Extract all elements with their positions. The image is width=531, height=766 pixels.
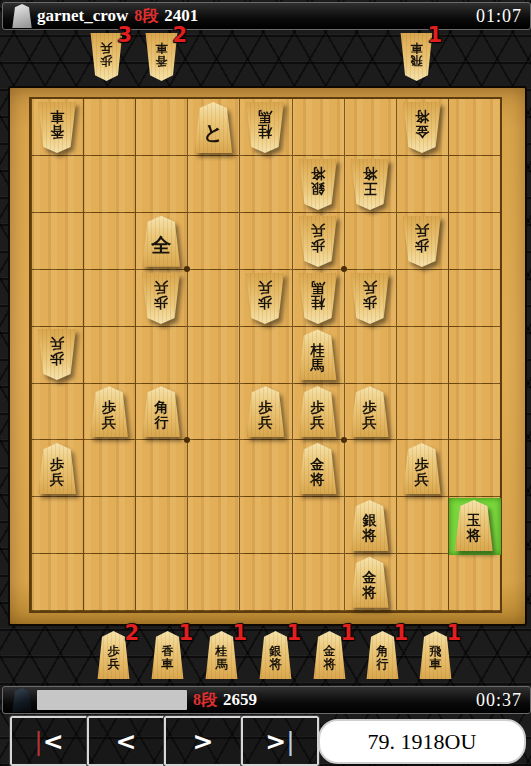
nav-prev-button[interactable]: <	[87, 716, 165, 766]
board-piece-金将-47[interactable]: 金将	[296, 443, 340, 494]
board-piece-銀将-42[interactable]: 銀将	[296, 159, 340, 210]
piece-kanji: 歩兵	[415, 451, 429, 487]
piece-kanji: 飛車	[430, 639, 442, 671]
star-point	[184, 437, 190, 443]
piece-kanji: 歩兵	[50, 337, 64, 373]
hand-piece-歩兵[interactable]: 歩兵3	[88, 33, 125, 81]
board-piece-金将-21[interactable]: 金将	[400, 102, 444, 153]
board-piece-と-61[interactable]: と	[191, 102, 235, 153]
piece-kanji: 歩兵	[102, 394, 116, 430]
bottom-player-clock: 00:37	[476, 690, 522, 711]
piece-kanji: 歩兵	[258, 280, 272, 316]
star-point	[184, 266, 190, 272]
piece-kanji: 歩兵	[108, 639, 120, 671]
board-piece-歩兵-74[interactable]: 歩兵	[139, 273, 183, 324]
shogi-board[interactable]: 香車と桂馬金将銀将王将全歩兵歩兵歩兵歩兵桂馬歩兵歩兵桂馬歩兵角行歩兵歩兵歩兵歩兵…	[8, 86, 527, 626]
piece-kanji: 飛車	[411, 41, 423, 73]
piece-kanji: 香車	[156, 41, 168, 73]
nav-first-button[interactable]: |<	[10, 716, 88, 766]
hand-piece-count: 1	[286, 621, 301, 645]
board-piece-玉将-18[interactable]: 玉将	[452, 500, 496, 551]
piece-kanji: 歩兵	[101, 41, 113, 73]
hand-piece-count: 3	[117, 23, 132, 47]
piece-kanji: 歩兵	[363, 394, 377, 430]
board-piece-歩兵-86[interactable]: 歩兵	[87, 386, 131, 437]
top-player-clock: 01:07	[476, 6, 522, 27]
top-player-piece-icon	[11, 4, 33, 28]
star-point	[341, 266, 347, 272]
piece-kanji: と	[203, 114, 223, 142]
piece-kanji: 金将	[415, 110, 429, 146]
piece-kanji: 歩兵	[154, 280, 168, 316]
hand-piece-count: 1	[178, 621, 193, 645]
bottom-player-rank: 8段	[193, 690, 217, 711]
piece-kanji: 全	[151, 227, 171, 255]
hand-piece-count: 1	[340, 621, 355, 645]
piece-kanji: 歩兵	[415, 223, 429, 259]
board-piece-全-73[interactable]: 全	[139, 216, 183, 267]
piece-kanji: 歩兵	[258, 394, 272, 430]
piece-kanji: 王将	[363, 166, 377, 202]
bottom-player-rating: 2659	[223, 690, 257, 710]
nav-next-button[interactable]: >	[164, 716, 242, 766]
hand-piece-count: 1	[427, 23, 442, 47]
hand-piece-count: 2	[172, 23, 187, 47]
top-player-bar: garnet_crow 8段 2401 01:07	[2, 2, 531, 30]
board-grid[interactable]: 香車と桂馬金将銀将王将全歩兵歩兵歩兵歩兵桂馬歩兵歩兵桂馬歩兵角行歩兵歩兵歩兵歩兵…	[29, 97, 502, 613]
piece-kanji: 桂馬	[216, 639, 228, 671]
hand-piece-count: 1	[232, 621, 247, 645]
bottom-player-bar: 8段 2659 00:37	[2, 686, 531, 714]
nav-last-button[interactable]: >|	[241, 716, 319, 766]
piece-kanji: 桂馬	[258, 110, 272, 146]
board-piece-桂馬-51[interactable]: 桂馬	[243, 102, 287, 153]
top-player-rank: 8段	[134, 6, 158, 27]
hand-piece-香車[interactable]: 香車2	[143, 33, 180, 81]
board-piece-桂馬-45[interactable]: 桂馬	[296, 329, 340, 380]
board-piece-歩兵-27[interactable]: 歩兵	[400, 443, 444, 494]
piece-kanji: 桂馬	[311, 280, 325, 316]
move-display: 79. 1918OU	[318, 719, 526, 764]
board-piece-歩兵-43[interactable]: 歩兵	[296, 216, 340, 267]
board-piece-歩兵-54[interactable]: 歩兵	[243, 273, 287, 324]
piece-kanji: 歩兵	[50, 451, 64, 487]
piece-kanji: 角行	[377, 639, 389, 671]
hand-piece-角行[interactable]: 角行1	[364, 631, 401, 679]
board-piece-王将-32[interactable]: 王将	[348, 159, 392, 210]
board-piece-歩兵-46[interactable]: 歩兵	[296, 386, 340, 437]
board-piece-歩兵-34[interactable]: 歩兵	[348, 273, 392, 324]
hand-piece-銀将[interactable]: 銀将1	[257, 631, 294, 679]
board-piece-歩兵-97[interactable]: 歩兵	[35, 443, 79, 494]
piece-kanji: 銀将	[363, 507, 377, 543]
hand-piece-飛車[interactable]: 飛車1	[398, 33, 435, 81]
board-piece-歩兵-23[interactable]: 歩兵	[400, 216, 444, 267]
piece-kanji: 桂馬	[311, 337, 325, 373]
piece-kanji: 歩兵	[363, 280, 377, 316]
hand-piece-歩兵[interactable]: 歩兵2	[95, 631, 132, 679]
hand-piece-飛車[interactable]: 飛車1	[417, 631, 454, 679]
hand-piece-count: 2	[124, 621, 139, 645]
piece-kanji: 角行	[154, 394, 168, 430]
piece-kanji: 玉将	[467, 507, 481, 543]
piece-kanji: 金将	[311, 451, 325, 487]
bottom-player-name-placeholder	[37, 690, 187, 710]
piece-kanji: 歩兵	[311, 223, 325, 259]
piece-kanji: 銀将	[270, 639, 282, 671]
hand-piece-香車[interactable]: 香車1	[149, 631, 186, 679]
bottom-player-piece-icon	[11, 688, 33, 712]
hand-piece-count: 1	[446, 621, 461, 645]
hand-piece-桂馬[interactable]: 桂馬1	[203, 631, 240, 679]
star-point	[341, 437, 347, 443]
hand-piece-count: 1	[393, 621, 408, 645]
hand-piece-金将[interactable]: 金将1	[311, 631, 348, 679]
piece-kanji: 歩兵	[311, 394, 325, 430]
piece-kanji: 金将	[363, 564, 377, 600]
board-piece-歩兵-56[interactable]: 歩兵	[243, 386, 287, 437]
piece-kanji: 香車	[162, 639, 174, 671]
piece-kanji: 銀将	[311, 166, 325, 202]
piece-kanji: 金将	[324, 639, 336, 671]
board-piece-香車-91[interactable]: 香車	[35, 102, 79, 153]
top-player-name: garnet_crow	[37, 6, 128, 26]
board-piece-銀将-38[interactable]: 銀将	[348, 500, 392, 551]
board-piece-桂馬-44[interactable]: 桂馬	[296, 273, 340, 324]
board-piece-歩兵-36[interactable]: 歩兵	[348, 386, 392, 437]
board-piece-歩兵-95[interactable]: 歩兵	[35, 329, 79, 380]
piece-kanji: 香車	[50, 110, 64, 146]
board-piece-角行-76[interactable]: 角行	[139, 386, 183, 437]
board-piece-金将-39[interactable]: 金将	[348, 557, 392, 608]
shogi-app: garnet_crow 8段 2401 01:07 歩兵3香車2飛車1 香車と桂…	[0, 0, 531, 766]
